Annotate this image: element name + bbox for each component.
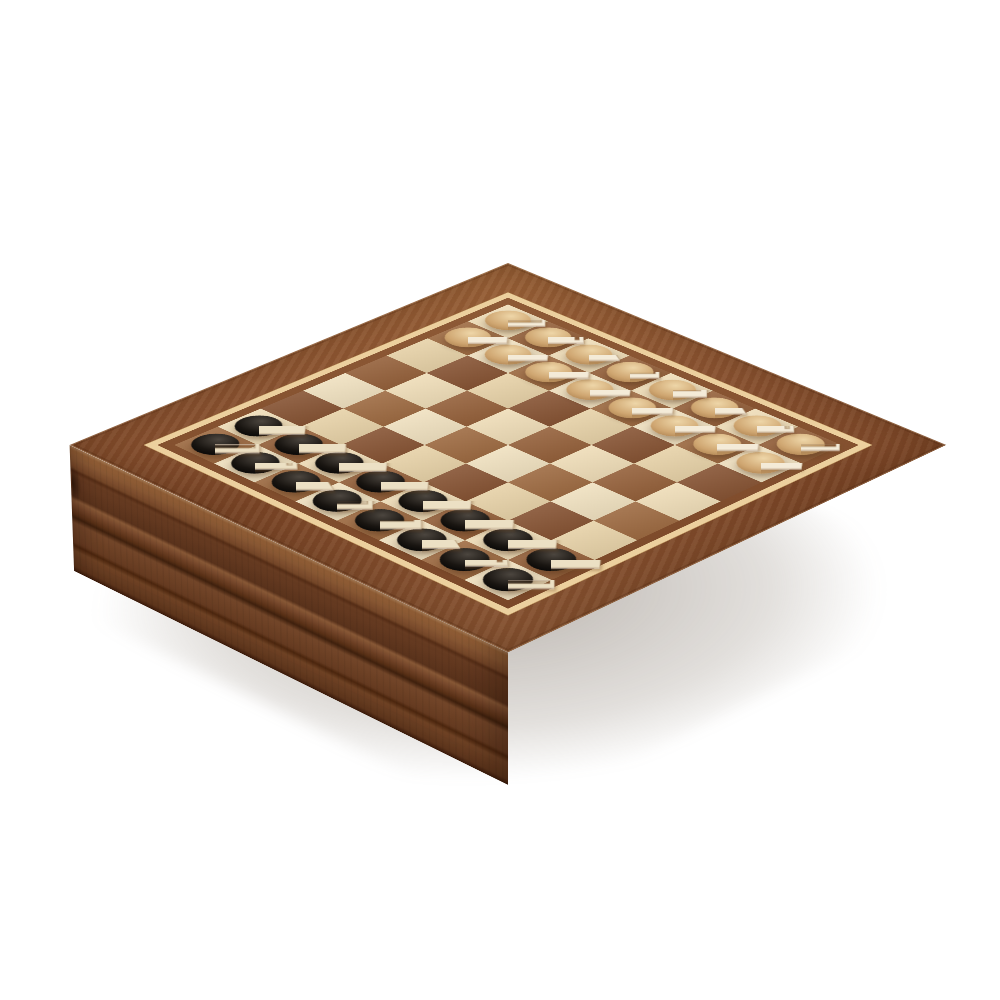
chess-box: ♜♞♝♛♚♝♞♜♟♟♟♟♟♟♟♟♟♟♟♟♟♟♟♟♜♞♝♛♚♝♞♜ xyxy=(70,263,947,652)
scene: ♜♞♝♛♚♝♞♜♟♟♟♟♟♟♟♟♟♟♟♟♟♟♟♟♜♞♝♛♚♝♞♜ xyxy=(0,0,1000,1000)
photo-background: ♜♞♝♛♚♝♞♜♟♟♟♟♟♟♟♟♟♟♟♟♟♟♟♟♜♞♝♛♚♝♞♜ xyxy=(0,0,1000,1000)
